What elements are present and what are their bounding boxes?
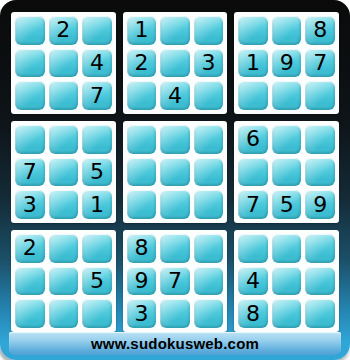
cell-r7c5[interactable] [160,234,190,263]
cell-r7c7[interactable] [238,234,268,263]
cell-r5c2[interactable] [49,158,79,187]
cell-r7c9[interactable] [305,234,335,263]
cell-r9c1[interactable] [15,299,45,328]
cell-r4c3[interactable] [82,125,112,154]
cell-r1c9: 8 [305,16,335,45]
cell-r6c7: 7 [238,190,268,219]
cell-r3c9[interactable] [305,81,335,110]
cell-r9c2[interactable] [49,299,79,328]
cell-r5c4[interactable] [127,158,157,187]
cell-r8c5: 7 [160,267,190,296]
footer-bar: www.sudokusweb.com [9,332,341,355]
cell-r1c1[interactable] [15,16,45,45]
cell-r1c6[interactable] [194,16,224,45]
cell-r6c1: 3 [15,190,45,219]
cell-r7c4: 8 [127,234,157,263]
cell-r4c8[interactable] [272,125,302,154]
cell-r3c5: 4 [160,81,190,110]
cell-r3c7[interactable] [238,81,268,110]
cell-r8c3: 5 [82,267,112,296]
box-2-2 [123,121,228,223]
cell-r5c6[interactable] [194,158,224,187]
cell-r2c2[interactable] [49,49,79,78]
box-2-3: 6759 [234,121,339,223]
cell-r2c1[interactable] [15,49,45,78]
cell-r9c3[interactable] [82,299,112,328]
box-1-3: 8197 [234,12,339,114]
cell-r7c6[interactable] [194,234,224,263]
cell-r6c8: 5 [272,190,302,219]
cell-r3c4[interactable] [127,81,157,110]
sudoku-board: 247123481977531675925897348 [11,12,339,332]
cell-r4c9[interactable] [305,125,335,154]
cell-r8c6[interactable] [194,267,224,296]
cell-r4c7: 6 [238,125,268,154]
cell-r6c5[interactable] [160,190,190,219]
cell-r7c8[interactable] [272,234,302,263]
box-3-3: 48 [234,230,339,332]
cell-r2c7: 1 [238,49,268,78]
cell-r9c9 [305,299,335,328]
cell-r4c2[interactable] [49,125,79,154]
cell-r4c1[interactable] [15,125,45,154]
cell-r4c5[interactable] [160,125,190,154]
box-3-2: 8973 [123,230,228,332]
cell-r3c8[interactable] [272,81,302,110]
cell-r8c8[interactable] [272,267,302,296]
cell-r1c4: 1 [127,16,157,45]
cell-r3c1[interactable] [15,81,45,110]
box-1-2: 1234 [123,12,228,114]
cell-r8c4: 9 [127,267,157,296]
cell-r8c7: 4 [238,267,268,296]
cell-r1c7[interactable] [238,16,268,45]
cell-r5c3: 5 [82,158,112,187]
cell-r3c6[interactable] [194,81,224,110]
cell-r9c6[interactable] [194,299,224,328]
box-1-1: 247 [11,12,116,114]
cell-r5c1: 7 [15,158,45,187]
cell-r9c4: 3 [127,299,157,328]
cell-r7c1: 2 [15,234,45,263]
cell-r5c8[interactable] [272,158,302,187]
cell-r7c2[interactable] [49,234,79,263]
cell-r1c3[interactable] [82,16,112,45]
cell-r8c2[interactable] [49,267,79,296]
cell-r7c3[interactable] [82,234,112,263]
cell-r2c8: 9 [272,49,302,78]
cell-r9c7: 8 [238,299,268,328]
cell-r5c5[interactable] [160,158,190,187]
cell-r3c3: 7 [82,81,112,110]
cell-r5c9[interactable] [305,158,335,187]
cell-r9c5[interactable] [160,299,190,328]
site-url[interactable]: www.sudokusweb.com [91,335,259,352]
cell-r6c6[interactable] [194,190,224,219]
cell-r2c3: 4 [82,49,112,78]
cell-r8c9[interactable] [305,267,335,296]
cell-r1c2: 2 [49,16,79,45]
cell-r4c6[interactable] [194,125,224,154]
cell-r2c5[interactable] [160,49,190,78]
cell-r6c3: 1 [82,190,112,219]
cell-r5c7[interactable] [238,158,268,187]
cell-r8c1[interactable] [15,267,45,296]
cell-r6c4[interactable] [127,190,157,219]
cell-r3c2[interactable] [49,81,79,110]
sudoku-widget: 247123481977531675925897348 www.sudokusw… [0,0,350,360]
cell-r1c8[interactable] [272,16,302,45]
cell-r6c2[interactable] [49,190,79,219]
cell-r1c5[interactable] [160,16,190,45]
box-3-1: 25 [11,230,116,332]
cell-r2c4: 2 [127,49,157,78]
cell-r9c8[interactable] [272,299,302,328]
cell-r4c4[interactable] [127,125,157,154]
cell-r2c9: 7 [305,49,335,78]
cell-r6c9: 9 [305,190,335,219]
cell-r2c6: 3 [194,49,224,78]
box-2-1: 7531 [11,121,116,223]
